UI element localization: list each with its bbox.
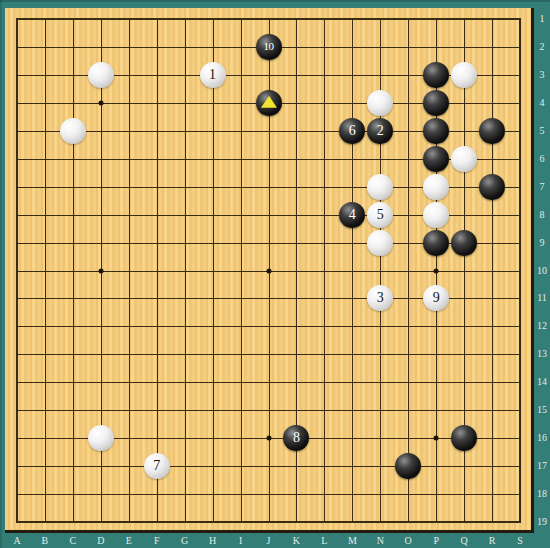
move-number-label: 5 bbox=[377, 208, 384, 222]
stone-white-P7[interactable] bbox=[423, 174, 449, 200]
row-label-17: 17 bbox=[534, 461, 550, 471]
hoshi-star-point bbox=[434, 268, 439, 273]
stone-black-P3[interactable] bbox=[423, 62, 449, 88]
column-label-R: R bbox=[484, 533, 500, 548]
stone-black-P4[interactable] bbox=[423, 90, 449, 116]
row-label-7: 7 bbox=[534, 182, 550, 192]
row-label-8: 8 bbox=[534, 210, 550, 220]
stone-black-N5[interactable]: 2 bbox=[367, 118, 393, 144]
column-label-F: F bbox=[149, 533, 165, 548]
stone-black-P6[interactable] bbox=[423, 146, 449, 172]
column-label-O: O bbox=[400, 533, 416, 548]
stone-black-R5[interactable] bbox=[479, 118, 505, 144]
hoshi-star-point bbox=[98, 268, 103, 273]
stone-white-H3[interactable]: 1 bbox=[200, 62, 226, 88]
move-number-label: 1 bbox=[209, 68, 216, 82]
move-number-label: 2 bbox=[377, 124, 384, 138]
column-label-J: J bbox=[261, 533, 277, 548]
grid-horizontal-line bbox=[17, 494, 520, 495]
grid-horizontal-line bbox=[17, 354, 520, 355]
row-label-14: 14 bbox=[534, 377, 550, 387]
stone-white-P8[interactable] bbox=[423, 202, 449, 228]
column-label-B: B bbox=[37, 533, 53, 548]
grid-vertical-line bbox=[352, 19, 353, 522]
go-board-frame: 10162453987 1234567891011121314151617181… bbox=[0, 0, 550, 548]
stone-black-M5[interactable]: 6 bbox=[339, 118, 365, 144]
column-label-L: L bbox=[316, 533, 332, 548]
stone-white-N8[interactable]: 5 bbox=[367, 202, 393, 228]
hoshi-star-point bbox=[266, 268, 271, 273]
row-label-18: 18 bbox=[534, 489, 550, 499]
stone-white-P11[interactable]: 9 bbox=[423, 285, 449, 311]
row-label-19: 19 bbox=[534, 517, 550, 527]
stone-black-O17[interactable] bbox=[395, 453, 421, 479]
row-label-4: 4 bbox=[534, 98, 550, 108]
stone-black-P9[interactable] bbox=[423, 230, 449, 256]
grid-horizontal-line bbox=[17, 382, 520, 383]
stone-black-Q9[interactable] bbox=[451, 230, 477, 256]
row-label-13: 13 bbox=[534, 349, 550, 359]
row-label-11: 11 bbox=[534, 293, 550, 303]
row-label-16: 16 bbox=[534, 433, 550, 443]
column-label-Q: Q bbox=[456, 533, 472, 548]
stone-black-M8[interactable]: 4 bbox=[339, 202, 365, 228]
grid-horizontal-line bbox=[17, 410, 520, 411]
column-label-S: S bbox=[512, 533, 528, 548]
stone-white-Q6[interactable] bbox=[451, 146, 477, 172]
move-number-label: 3 bbox=[377, 291, 384, 305]
stone-white-N9[interactable] bbox=[367, 230, 393, 256]
row-label-15: 15 bbox=[534, 405, 550, 415]
row-label-5: 5 bbox=[534, 126, 550, 136]
grid-horizontal-line bbox=[17, 326, 520, 327]
row-label-2: 2 bbox=[534, 42, 550, 52]
hoshi-star-point bbox=[98, 100, 103, 105]
stone-white-N4[interactable] bbox=[367, 90, 393, 116]
column-label-C: C bbox=[65, 533, 81, 548]
move-number-label: 8 bbox=[293, 431, 300, 445]
move-number-label: 7 bbox=[153, 459, 160, 473]
row-label-9: 9 bbox=[534, 238, 550, 248]
grid-vertical-line bbox=[492, 19, 493, 522]
column-label-D: D bbox=[93, 533, 109, 548]
grid-horizontal-line bbox=[17, 466, 520, 467]
column-label-N: N bbox=[372, 533, 388, 548]
column-label-E: E bbox=[121, 533, 137, 548]
stone-white-C5[interactable] bbox=[60, 118, 86, 144]
column-label-A: A bbox=[9, 533, 25, 548]
stone-white-D16[interactable] bbox=[88, 425, 114, 451]
stone-white-D3[interactable] bbox=[88, 62, 114, 88]
stone-black-P5[interactable] bbox=[423, 118, 449, 144]
grid-vertical-line bbox=[324, 19, 325, 522]
stone-black-Q16[interactable] bbox=[451, 425, 477, 451]
row-label-3: 3 bbox=[534, 70, 550, 80]
stone-white-N11[interactable]: 3 bbox=[367, 285, 393, 311]
column-label-H: H bbox=[205, 533, 221, 548]
stone-black-J2[interactable]: 10 bbox=[256, 34, 282, 60]
stone-black-R7[interactable] bbox=[479, 174, 505, 200]
grid-vertical-line bbox=[408, 19, 409, 522]
row-label-10: 10 bbox=[534, 266, 550, 276]
stone-black-J4[interactable] bbox=[256, 90, 282, 116]
column-label-M: M bbox=[344, 533, 360, 548]
stone-white-F17[interactable]: 7 bbox=[144, 453, 170, 479]
row-label-12: 12 bbox=[534, 321, 550, 331]
hoshi-star-point bbox=[434, 436, 439, 441]
column-label-G: G bbox=[177, 533, 193, 548]
column-label-K: K bbox=[288, 533, 304, 548]
move-number-label: 9 bbox=[433, 291, 440, 305]
triangle-marker-icon bbox=[261, 96, 277, 108]
stone-black-K16[interactable]: 8 bbox=[283, 425, 309, 451]
move-number-label: 4 bbox=[349, 208, 356, 222]
column-label-I: I bbox=[233, 533, 249, 548]
hoshi-star-point bbox=[266, 436, 271, 441]
move-number-label: 6 bbox=[349, 124, 356, 138]
row-label-6: 6 bbox=[534, 154, 550, 164]
stone-white-N7[interactable] bbox=[367, 174, 393, 200]
stone-white-Q3[interactable] bbox=[451, 62, 477, 88]
column-label-P: P bbox=[428, 533, 444, 548]
move-number-label: 10 bbox=[264, 41, 274, 52]
row-label-1: 1 bbox=[534, 14, 550, 24]
